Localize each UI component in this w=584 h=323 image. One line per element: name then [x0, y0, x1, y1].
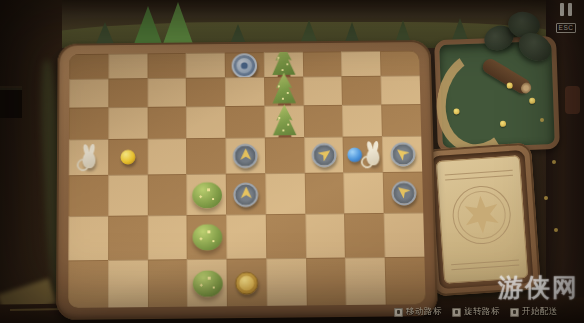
- board-cell-r2c1[interactable]: [69, 79, 108, 107]
- waypoint-flag-icon: [241, 187, 252, 201]
- board-cell-r1c2[interactable]: [108, 53, 147, 78]
- board-cell-r2c7[interactable]: [303, 76, 342, 104]
- board-cell-r4c2[interactable]: [108, 139, 147, 176]
- board-cell-r4c4[interactable]: [186, 138, 225, 175]
- board-cell-r4c7[interactable]: [304, 137, 344, 174]
- board-cell-r4c5[interactable]: [226, 137, 266, 174]
- board-cell-r6c7[interactable]: [305, 213, 345, 258]
- wood-knot: [565, 86, 580, 114]
- waypoint-flag-icon: [394, 145, 412, 162]
- hint-label: 旋转路标: [464, 306, 500, 318]
- board-cell-r6c5[interactable]: [226, 214, 266, 259]
- board-cell-r1c9[interactable]: [380, 51, 419, 76]
- hint-label: 开始配送: [522, 306, 558, 318]
- piece-bush: [192, 182, 222, 209]
- board-cell-r3c3[interactable]: [147, 106, 186, 139]
- piece-waypoint[interactable]: [233, 144, 258, 168]
- pause-icon: [553, 3, 579, 16]
- board-cell-r7c4[interactable]: [187, 259, 227, 306]
- board-cell-r5c1[interactable]: [69, 175, 108, 216]
- board-cell-r1c1[interactable]: [69, 54, 108, 79]
- piece-coin: [236, 271, 259, 294]
- board-cell-r5c4[interactable]: [187, 174, 227, 215]
- board-cell-r3c4[interactable]: [186, 106, 225, 139]
- board-cell-r2c2[interactable]: [108, 78, 147, 106]
- board-cell-r2c4[interactable]: [186, 78, 225, 106]
- piece-waypoint[interactable]: [234, 182, 259, 207]
- mouse-wheel-icon: [452, 308, 461, 317]
- board-cell-r5c7[interactable]: [304, 173, 344, 214]
- piece-waypoint[interactable]: [390, 142, 415, 166]
- board-cell-r3c1[interactable]: [69, 107, 108, 140]
- board-cell-r5c6[interactable]: [265, 173, 305, 214]
- rosette-pattern: [451, 184, 513, 246]
- board-cell-r3c9[interactable]: [381, 104, 421, 137]
- piece-ball-yellow: [121, 150, 136, 165]
- game-board[interactable]: [56, 40, 438, 320]
- felt-star: [540, 118, 544, 122]
- board-cell-r4c6[interactable]: [265, 137, 305, 174]
- board-cell-r3c6[interactable]: [264, 105, 304, 138]
- board-cell-r6c1[interactable]: [68, 216, 108, 261]
- board-cell-r2c6[interactable]: [264, 77, 303, 105]
- pine-silhouette: [96, 22, 114, 44]
- board-cell-r7c6[interactable]: [266, 258, 306, 305]
- board-cell-r3c5[interactable]: [225, 105, 264, 138]
- board-cell-r5c8[interactable]: [344, 172, 384, 213]
- board-cell-r5c5[interactable]: [226, 174, 266, 215]
- board-cell-r1c4[interactable]: [186, 53, 225, 78]
- board-cell-r6c9[interactable]: [384, 212, 425, 257]
- board-cell-r5c3[interactable]: [147, 174, 186, 215]
- board-cell-r7c2[interactable]: [108, 260, 148, 307]
- board-cell-r6c8[interactable]: [344, 213, 384, 258]
- waypoint-flag-icon: [240, 148, 251, 162]
- board-cell-r4c1[interactable]: [69, 139, 108, 176]
- board-cell-r2c8[interactable]: [342, 76, 382, 104]
- felt-star: [544, 196, 548, 200]
- hint-move-waypoint: 移动路标: [394, 306, 442, 318]
- piece-medallion: [232, 53, 258, 78]
- board-cell-r3c7[interactable]: [303, 104, 343, 137]
- game-scene: ESC 移动路标 旋转路标 开始配送 游侠网: [0, 0, 584, 323]
- board-cell-r7c7[interactable]: [306, 258, 346, 305]
- board-cell-r7c9[interactable]: [385, 257, 426, 304]
- board-cell-r1c3[interactable]: [147, 53, 186, 78]
- pine-silhouette: [452, 18, 468, 40]
- hint-start-delivery: 开始配送: [510, 306, 558, 318]
- card-line: [452, 265, 519, 271]
- piece-rabbit: [80, 146, 98, 169]
- board-cell-r7c3[interactable]: [147, 260, 187, 307]
- board-cell-r6c6[interactable]: [266, 214, 306, 259]
- board-cell-r6c4[interactable]: [187, 214, 227, 259]
- board-cell-r7c1[interactable]: [68, 260, 108, 307]
- board-cell-r4c8[interactable]: [343, 136, 383, 173]
- flower: [529, 98, 535, 104]
- key-icon: [510, 308, 519, 317]
- watermark: 游侠网: [498, 271, 579, 304]
- board-cell-r7c8[interactable]: [345, 258, 386, 305]
- pattern-card[interactable]: [436, 155, 528, 284]
- waypoint-flag-icon: [395, 183, 413, 200]
- board-cell-r5c9[interactable]: [383, 172, 423, 213]
- board-cell-r2c5[interactable]: [225, 77, 264, 105]
- board-cell-r4c9[interactable]: [382, 136, 422, 173]
- pine-silhouette: [134, 6, 162, 44]
- hint-rotate-waypoint: 旋转路标: [452, 306, 500, 318]
- control-hints-bar: 移动路标 旋转路标 开始配送: [394, 306, 558, 318]
- hint-label: 移动路标: [406, 306, 442, 318]
- garden-area: [434, 36, 560, 153]
- board-cell-r4c3[interactable]: [147, 138, 186, 175]
- board-cell-r1c7[interactable]: [302, 51, 341, 76]
- board-cell-r1c5[interactable]: [225, 52, 264, 77]
- card-line: [446, 175, 513, 181]
- board-cell-r3c2[interactable]: [108, 106, 147, 139]
- board-cell-r2c3[interactable]: [147, 78, 186, 106]
- board-grid: [68, 51, 426, 308]
- piece-bush: [192, 270, 222, 297]
- card-tray-inner: [430, 150, 533, 289]
- board-cell-r6c3[interactable]: [147, 215, 187, 260]
- pine-silhouette: [163, 2, 193, 44]
- pause-button[interactable]: ESC: [553, 3, 579, 34]
- left-wall-vent: [0, 86, 22, 118]
- piece-bush: [192, 224, 222, 251]
- felt-star: [552, 160, 556, 164]
- board-cell-r6c2[interactable]: [108, 215, 148, 260]
- board-cell-r3c8[interactable]: [342, 104, 382, 137]
- felt-star: [554, 228, 558, 232]
- piece-waypoint[interactable]: [312, 143, 337, 167]
- esc-key-label: ESC: [556, 23, 577, 33]
- board-cell-r5c2[interactable]: [108, 175, 147, 216]
- piece-rabbit: [363, 143, 381, 166]
- piece-waypoint[interactable]: [391, 181, 416, 206]
- board-cell-r2c9[interactable]: [381, 76, 421, 104]
- board-cell-r7c5[interactable]: [227, 259, 267, 306]
- waypoint-flag-icon: [315, 146, 333, 163]
- board-cell-r1c8[interactable]: [341, 51, 380, 76]
- pine-silhouette: [345, 22, 359, 42]
- mouse-left-icon: [394, 308, 403, 317]
